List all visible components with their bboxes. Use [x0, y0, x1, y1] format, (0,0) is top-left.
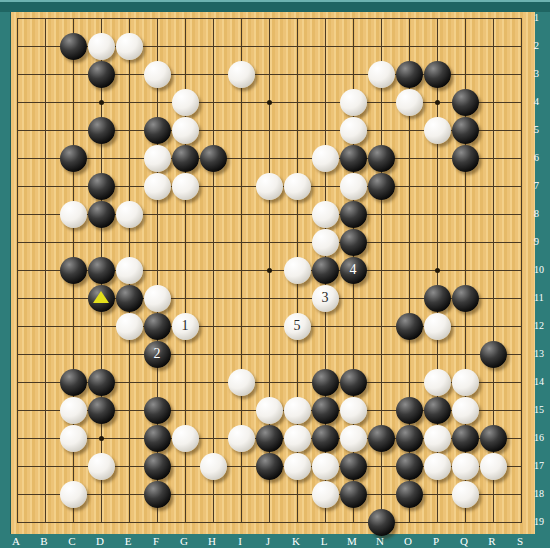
black-stone — [396, 425, 423, 452]
white-stone — [424, 425, 451, 452]
black-stone — [368, 173, 395, 200]
white-stone — [116, 257, 143, 284]
white-stone — [340, 425, 367, 452]
black-stone — [144, 425, 171, 452]
black-stone — [312, 425, 339, 452]
black-stone — [88, 201, 115, 228]
black-stone — [116, 285, 143, 312]
black-stone — [368, 425, 395, 452]
white-stone — [396, 89, 423, 116]
grid-line-horizontal — [17, 522, 522, 523]
row-label: 18 — [534, 488, 548, 499]
white-stone — [116, 33, 143, 60]
column-label: I — [230, 535, 250, 547]
star-point — [99, 100, 104, 105]
column-label: M — [342, 535, 362, 547]
black-stone — [60, 257, 87, 284]
star-point — [435, 268, 440, 273]
white-stone — [144, 285, 171, 312]
column-label: A — [6, 535, 26, 547]
black-stone — [340, 453, 367, 480]
white-stone — [340, 117, 367, 144]
white-stone — [60, 397, 87, 424]
black-stone — [256, 425, 283, 452]
black-stone — [452, 89, 479, 116]
row-label: 4 — [534, 96, 548, 107]
white-stone — [228, 369, 255, 396]
star-point — [99, 436, 104, 441]
white-stone — [60, 425, 87, 452]
black-stone — [200, 145, 227, 172]
row-label: 13 — [534, 348, 548, 359]
white-stone — [144, 173, 171, 200]
black-stone — [88, 285, 115, 312]
white-stone — [368, 61, 395, 88]
white-stone — [60, 201, 87, 228]
move-number-label: 5 — [294, 319, 301, 333]
black-stone — [60, 369, 87, 396]
white-stone — [172, 425, 199, 452]
white-stone — [144, 145, 171, 172]
column-label: R — [482, 535, 502, 547]
row-label: 8 — [534, 208, 548, 219]
row-label: 3 — [534, 68, 548, 79]
black-stone — [312, 369, 339, 396]
grid-line-horizontal — [17, 354, 522, 355]
black-stone — [340, 481, 367, 508]
white-stone — [88, 453, 115, 480]
white-stone — [340, 173, 367, 200]
black-stone — [88, 117, 115, 144]
row-label: 15 — [534, 404, 548, 415]
column-label: D — [90, 535, 110, 547]
white-stone — [284, 173, 311, 200]
white-stone — [116, 313, 143, 340]
row-label: 19 — [534, 516, 548, 527]
white-stone — [172, 173, 199, 200]
white-stone: 5 — [284, 313, 311, 340]
white-stone — [312, 229, 339, 256]
white-stone — [284, 397, 311, 424]
black-stone — [396, 397, 423, 424]
white-stone — [144, 61, 171, 88]
row-label: 12 — [534, 320, 548, 331]
column-label: E — [118, 535, 138, 547]
column-label: K — [286, 535, 306, 547]
row-label: 11 — [534, 292, 548, 303]
star-point — [267, 268, 272, 273]
white-stone — [312, 201, 339, 228]
row-label: 10 — [534, 264, 548, 275]
black-stone — [88, 369, 115, 396]
white-stone — [452, 397, 479, 424]
row-label: 16 — [534, 432, 548, 443]
black-stone — [452, 117, 479, 144]
move-number-label: 3 — [322, 291, 329, 305]
move-number-label: 2 — [154, 347, 161, 361]
grid-line-horizontal — [17, 494, 522, 495]
black-stone — [452, 145, 479, 172]
black-stone — [60, 145, 87, 172]
column-label: P — [426, 535, 446, 547]
column-label: J — [258, 535, 278, 547]
white-stone — [480, 453, 507, 480]
white-stone — [172, 117, 199, 144]
black-stone — [144, 117, 171, 144]
white-stone — [284, 257, 311, 284]
black-stone — [88, 397, 115, 424]
white-stone — [312, 145, 339, 172]
white-stone — [452, 453, 479, 480]
column-label: L — [314, 535, 334, 547]
black-stone: 4 — [340, 257, 367, 284]
row-label: 1 — [534, 12, 548, 23]
white-stone — [424, 313, 451, 340]
black-stone — [368, 509, 395, 536]
white-stone — [284, 425, 311, 452]
black-stone — [172, 145, 199, 172]
white-stone — [340, 397, 367, 424]
row-label: 14 — [534, 376, 548, 387]
black-stone — [340, 145, 367, 172]
black-stone — [144, 481, 171, 508]
column-label: C — [62, 535, 82, 547]
row-label: 9 — [534, 236, 548, 247]
column-label: G — [174, 535, 194, 547]
white-stone — [312, 453, 339, 480]
white-stone — [256, 397, 283, 424]
triangle-marker — [93, 291, 109, 303]
black-stone — [340, 201, 367, 228]
black-stone — [144, 313, 171, 340]
black-stone — [88, 173, 115, 200]
move-number-label: 1 — [182, 319, 189, 333]
black-stone — [452, 425, 479, 452]
black-stone — [396, 481, 423, 508]
star-point — [267, 100, 272, 105]
white-stone — [312, 481, 339, 508]
row-label: 2 — [534, 40, 548, 51]
white-stone — [256, 173, 283, 200]
black-stone — [396, 313, 423, 340]
black-stone — [60, 33, 87, 60]
white-stone: 1 — [172, 313, 199, 340]
black-stone — [340, 229, 367, 256]
go-board[interactable]: 43152 — [10, 12, 535, 534]
white-stone — [60, 481, 87, 508]
white-stone — [88, 33, 115, 60]
row-label: 5 — [534, 124, 548, 135]
black-stone — [144, 397, 171, 424]
column-label: O — [398, 535, 418, 547]
black-stone — [312, 397, 339, 424]
black-stone — [144, 453, 171, 480]
star-point — [435, 100, 440, 105]
white-stone — [452, 481, 479, 508]
white-stone — [228, 61, 255, 88]
row-label: 17 — [534, 460, 548, 471]
black-stone — [452, 285, 479, 312]
white-stone: 3 — [312, 285, 339, 312]
black-stone — [480, 341, 507, 368]
white-stone — [424, 369, 451, 396]
white-stone — [200, 453, 227, 480]
move-number-label: 4 — [350, 263, 357, 277]
black-stone — [396, 453, 423, 480]
black-stone — [368, 145, 395, 172]
black-stone — [312, 257, 339, 284]
column-label: B — [34, 535, 54, 547]
black-stone — [340, 369, 367, 396]
black-stone — [256, 453, 283, 480]
row-label: 7 — [534, 180, 548, 191]
black-stone: 2 — [144, 341, 171, 368]
black-stone — [424, 61, 451, 88]
black-stone — [424, 285, 451, 312]
white-stone — [340, 89, 367, 116]
black-stone — [480, 425, 507, 452]
go-app-window: 43152 ABCDEFGHIJKLMNOPQRS123456789101112… — [0, 0, 550, 548]
column-label: F — [146, 535, 166, 547]
white-stone — [424, 117, 451, 144]
board-frame-top — [0, 0, 550, 12]
row-label: 6 — [534, 152, 548, 163]
white-stone — [424, 453, 451, 480]
column-label: S — [510, 535, 530, 547]
white-stone — [452, 369, 479, 396]
black-stone — [88, 257, 115, 284]
column-label: N — [370, 535, 390, 547]
grid-line-vertical — [521, 18, 522, 523]
black-stone — [396, 61, 423, 88]
column-label: H — [202, 535, 222, 547]
column-label: Q — [454, 535, 474, 547]
white-stone — [284, 453, 311, 480]
black-stone — [424, 397, 451, 424]
black-stone — [88, 61, 115, 88]
white-stone — [116, 201, 143, 228]
white-stone — [228, 425, 255, 452]
white-stone — [172, 89, 199, 116]
